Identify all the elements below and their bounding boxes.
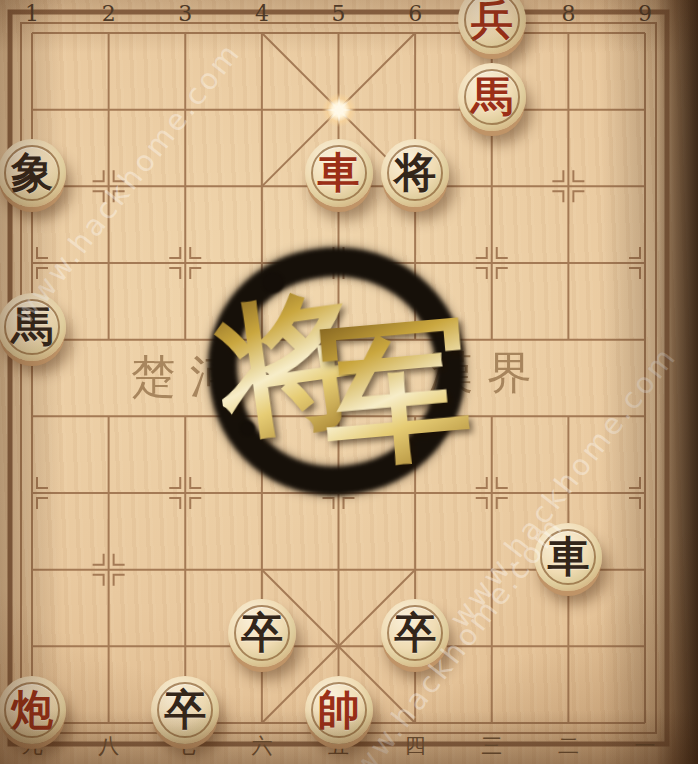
file-label-top-4: 4 [245,1,279,26]
file-label-bottom-7: 三 [475,732,509,760]
file-label-top-2: 2 [92,1,126,26]
piece-red-general[interactable]: 帥 [305,676,373,744]
piece-glyph: 炮 [11,689,53,731]
file-label-bottom-2: 八 [92,732,126,760]
piece-glyph: 卒 [394,612,436,654]
piece-red-chariot[interactable]: 車 [305,139,373,207]
file-label-top-1: 1 [15,1,49,26]
piece-glyph: 馬 [11,306,53,348]
piece-glyph: 象 [11,152,53,194]
river-label-left: 楚河 [131,347,249,407]
file-label-top-3: 3 [168,1,202,26]
file-label-top-8: 8 [551,1,585,26]
piece-black-elephant[interactable]: 象 [0,139,66,207]
file-label-top-5: 5 [322,1,356,26]
piece-red-cannon[interactable]: 炮 [0,676,66,744]
file-label-top-9: 9 [628,1,662,26]
piece-black-horse[interactable]: 馬 [0,293,66,361]
piece-glyph: 車 [318,152,360,194]
river-label-right: 漢界 [428,343,546,403]
piece-glyph: 卒 [164,689,206,731]
xiangqi-game-screen: 123456789 九八七六五四三二一 楚河 漢界 兵馬車将象馬車卒卒卒帥炮 将… [0,0,698,764]
piece-glyph: 馬 [471,76,513,118]
piece-glyph: 兵 [471,0,513,41]
file-label-top-6: 6 [398,1,432,26]
piece-glyph: 将 [394,152,436,194]
piece-glyph: 卒 [241,612,283,654]
piece-red-horse[interactable]: 馬 [458,63,526,131]
piece-glyph: 車 [547,536,589,578]
file-label-bottom-9: 一 [628,732,662,760]
piece-black-general[interactable]: 将 [381,139,449,207]
piece-black-soldier[interactable]: 卒 [381,599,449,667]
file-label-bottom-6: 四 [398,732,432,760]
file-label-bottom-8: 二 [551,732,585,760]
piece-black-soldier[interactable]: 卒 [151,676,219,744]
file-label-bottom-4: 六 [245,732,279,760]
piece-glyph: 帥 [318,689,360,731]
piece-black-chariot[interactable]: 車 [534,523,602,591]
piece-black-soldier[interactable]: 卒 [228,599,296,667]
